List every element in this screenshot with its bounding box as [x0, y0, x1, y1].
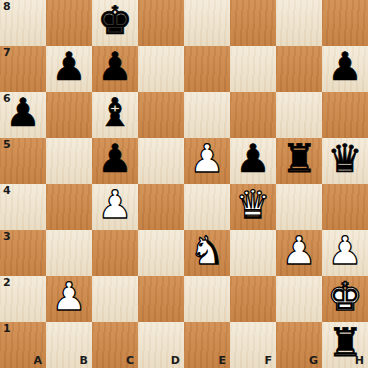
square-g5[interactable]: ♜	[276, 138, 322, 184]
square-g1[interactable]: G	[276, 322, 322, 368]
piece-black-pawn-c5[interactable]: ♟	[98, 136, 133, 182]
rank-label-7: 7	[3, 47, 11, 59]
square-e3[interactable]: ♞	[184, 230, 230, 276]
square-b4[interactable]	[46, 184, 92, 230]
square-d1[interactable]: D	[138, 322, 184, 368]
square-h3[interactable]: ♟	[322, 230, 368, 276]
piece-black-pawn-h7[interactable]: ♟	[328, 44, 363, 90]
square-e5[interactable]: ♟	[184, 138, 230, 184]
square-g6[interactable]	[276, 92, 322, 138]
rank-label-5: 5	[3, 139, 11, 151]
square-a6[interactable]: 6♟	[0, 92, 46, 138]
square-d6[interactable]	[138, 92, 184, 138]
square-h1[interactable]: H♜	[322, 322, 368, 368]
square-f8[interactable]	[230, 0, 276, 46]
square-c4[interactable]: ♟	[92, 184, 138, 230]
square-b8[interactable]	[46, 0, 92, 46]
file-label-c: C	[126, 355, 134, 367]
square-d3[interactable]	[138, 230, 184, 276]
square-g4[interactable]	[276, 184, 322, 230]
square-a8[interactable]: 8	[0, 0, 46, 46]
square-d8[interactable]	[138, 0, 184, 46]
square-b5[interactable]	[46, 138, 92, 184]
rank-label-2: 2	[3, 277, 11, 289]
square-d4[interactable]	[138, 184, 184, 230]
square-e1[interactable]: E	[184, 322, 230, 368]
piece-black-rook-g5[interactable]: ♜	[282, 136, 317, 182]
rank-label-3: 3	[3, 231, 11, 243]
square-f3[interactable]	[230, 230, 276, 276]
square-c7[interactable]: ♟	[92, 46, 138, 92]
square-b2[interactable]: ♟	[46, 276, 92, 322]
square-f7[interactable]	[230, 46, 276, 92]
piece-white-pawn-h3[interactable]: ♟	[328, 228, 363, 274]
square-b3[interactable]	[46, 230, 92, 276]
square-g8[interactable]	[276, 0, 322, 46]
piece-black-bishop-c6[interactable]: ♝	[98, 90, 133, 136]
piece-white-pawn-c4[interactable]: ♟	[98, 182, 133, 228]
square-g7[interactable]	[276, 46, 322, 92]
square-e7[interactable]	[184, 46, 230, 92]
chess-board: 8♚7♟♟♟6♟♝5♟♟♟♜♛4♟♛3♞♟♟2♟♚1ABCDEFGH♜	[0, 0, 368, 368]
square-f5[interactable]: ♟	[230, 138, 276, 184]
rank-label-1: 1	[3, 323, 11, 335]
piece-black-pawn-c7[interactable]: ♟	[98, 44, 133, 90]
square-a3[interactable]: 3	[0, 230, 46, 276]
square-h2[interactable]: ♚	[322, 276, 368, 322]
square-h6[interactable]	[322, 92, 368, 138]
rank-label-8: 8	[3, 1, 11, 13]
piece-white-pawn-g3[interactable]: ♟	[282, 228, 317, 274]
square-a1[interactable]: 1A	[0, 322, 46, 368]
square-g3[interactable]: ♟	[276, 230, 322, 276]
square-c5[interactable]: ♟	[92, 138, 138, 184]
square-a4[interactable]: 4	[0, 184, 46, 230]
file-label-a: A	[33, 355, 42, 367]
square-d2[interactable]	[138, 276, 184, 322]
file-label-f: F	[264, 355, 272, 367]
piece-white-pawn-b2[interactable]: ♟	[52, 274, 87, 320]
square-c6[interactable]: ♝	[92, 92, 138, 138]
piece-black-pawn-f5[interactable]: ♟	[236, 136, 271, 182]
square-c2[interactable]	[92, 276, 138, 322]
piece-black-rook-h1[interactable]: ♜	[328, 320, 363, 366]
square-c8[interactable]: ♚	[92, 0, 138, 46]
piece-white-knight-e3[interactable]: ♞	[190, 228, 225, 274]
file-label-e: E	[218, 355, 226, 367]
square-e8[interactable]	[184, 0, 230, 46]
file-label-d: D	[171, 355, 180, 367]
square-g2[interactable]	[276, 276, 322, 322]
square-e6[interactable]	[184, 92, 230, 138]
square-e4[interactable]	[184, 184, 230, 230]
piece-black-pawn-b7[interactable]: ♟	[52, 44, 87, 90]
square-f6[interactable]	[230, 92, 276, 138]
square-h8[interactable]	[322, 0, 368, 46]
square-b6[interactable]	[46, 92, 92, 138]
square-c1[interactable]: C	[92, 322, 138, 368]
piece-white-queen-f4[interactable]: ♛	[236, 182, 271, 228]
piece-black-king-c8[interactable]: ♚	[98, 0, 133, 44]
square-f4[interactable]: ♛	[230, 184, 276, 230]
piece-white-pawn-e5[interactable]: ♟	[190, 136, 225, 182]
piece-white-king-h2[interactable]: ♚	[328, 274, 363, 320]
square-d7[interactable]	[138, 46, 184, 92]
square-h5[interactable]: ♛	[322, 138, 368, 184]
square-a5[interactable]: 5	[0, 138, 46, 184]
square-c3[interactable]	[92, 230, 138, 276]
square-h7[interactable]: ♟	[322, 46, 368, 92]
square-a2[interactable]: 2	[0, 276, 46, 322]
piece-black-queen-h5[interactable]: ♛	[328, 136, 363, 182]
rank-label-4: 4	[3, 185, 11, 197]
square-h4[interactable]	[322, 184, 368, 230]
piece-black-pawn-a6[interactable]: ♟	[6, 90, 41, 136]
square-d5[interactable]	[138, 138, 184, 184]
file-label-g: G	[309, 355, 318, 367]
square-a7[interactable]: 7	[0, 46, 46, 92]
file-label-b: B	[80, 355, 88, 367]
square-f1[interactable]: F	[230, 322, 276, 368]
square-b1[interactable]: B	[46, 322, 92, 368]
square-f2[interactable]	[230, 276, 276, 322]
square-b7[interactable]: ♟	[46, 46, 92, 92]
square-e2[interactable]	[184, 276, 230, 322]
